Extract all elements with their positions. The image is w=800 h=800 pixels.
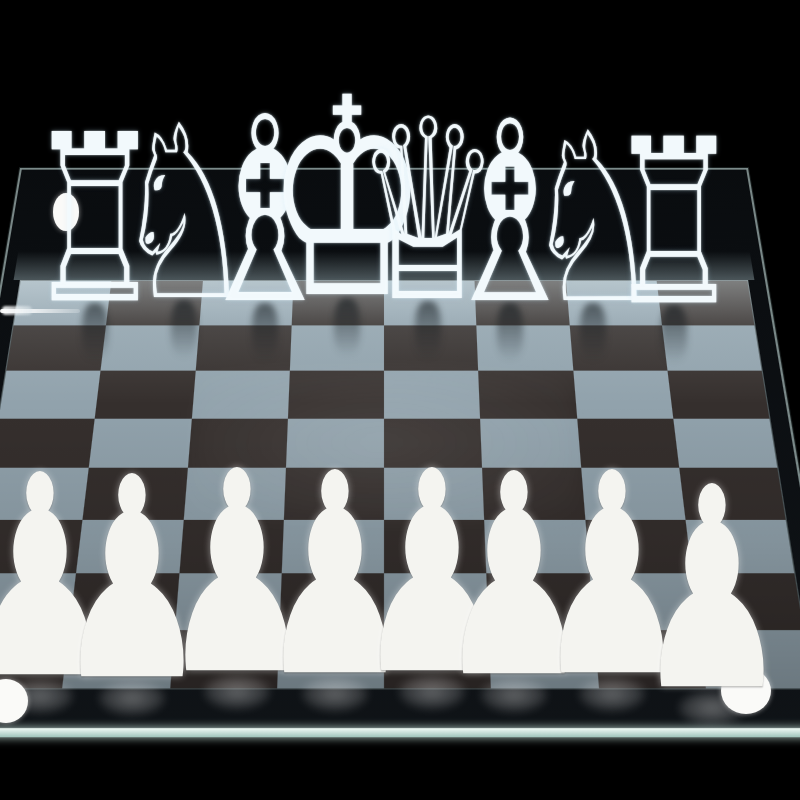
square <box>685 519 794 573</box>
glass-rim-sheen <box>14 251 755 280</box>
square <box>692 573 800 629</box>
square <box>0 418 95 468</box>
board-front-bevel-edge <box>0 728 800 737</box>
piece-reflection <box>580 303 606 361</box>
square <box>384 418 482 468</box>
square <box>70 573 179 629</box>
piece-reflection <box>171 300 197 358</box>
square <box>0 519 83 573</box>
square <box>478 371 576 419</box>
piece-reflection <box>82 303 108 361</box>
square <box>0 468 89 520</box>
square <box>199 281 293 325</box>
piece-reflection <box>579 677 645 711</box>
square <box>487 573 594 629</box>
square <box>384 573 489 629</box>
square <box>179 519 284 573</box>
piece-reflection <box>99 681 165 715</box>
square <box>0 371 101 419</box>
piece-reflection <box>661 305 687 363</box>
square <box>384 519 487 573</box>
square <box>191 371 289 419</box>
piece-reflection <box>334 298 360 356</box>
piece-reflection <box>415 301 441 359</box>
piece-reflection <box>497 303 523 361</box>
piece-reflection <box>204 675 270 709</box>
piece-reflection <box>481 678 547 712</box>
piece-reflection <box>252 303 278 361</box>
square <box>577 418 679 468</box>
square <box>667 371 769 419</box>
square <box>573 371 673 419</box>
square <box>384 371 480 419</box>
glass-corner-shine-knob <box>2 306 32 315</box>
piece-reflection <box>302 677 368 711</box>
square <box>0 573 76 629</box>
square <box>76 519 183 573</box>
square <box>585 519 692 573</box>
square <box>281 519 384 573</box>
square <box>679 468 786 520</box>
bottom-right-foot <box>721 668 771 714</box>
square <box>581 468 686 520</box>
piece-reflection <box>399 675 465 709</box>
chess-board <box>0 168 800 736</box>
square <box>477 325 573 371</box>
square <box>673 418 777 468</box>
square <box>480 418 580 468</box>
square <box>482 468 584 520</box>
square <box>279 573 384 629</box>
square <box>288 371 384 419</box>
square <box>174 573 281 629</box>
square <box>384 468 484 520</box>
square <box>284 468 384 520</box>
square <box>286 418 384 468</box>
square <box>187 418 287 468</box>
square <box>89 418 191 468</box>
product-photo-scene: ♖♘♗♔♕♗♘♖♟♟♟♟♟♟♟♟ <box>0 0 800 800</box>
square <box>95 371 195 419</box>
top-left-foot <box>53 193 79 231</box>
square <box>589 573 698 629</box>
square <box>183 468 285 520</box>
square <box>83 468 188 520</box>
square <box>484 519 589 573</box>
square <box>62 629 174 688</box>
